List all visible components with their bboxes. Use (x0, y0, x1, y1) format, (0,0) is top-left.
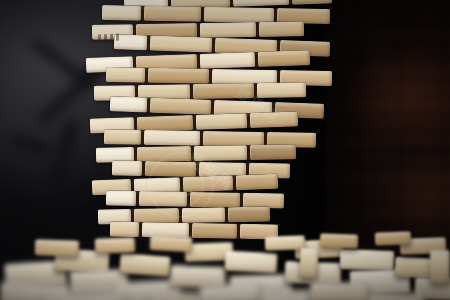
scattered-block (430, 250, 450, 284)
scattered-block (35, 239, 80, 257)
scattered-block (119, 253, 170, 276)
scattered-block (340, 249, 395, 271)
scattered-block (375, 231, 411, 245)
scattered-block (225, 251, 278, 274)
scattered-block (265, 235, 305, 250)
scattered-block (320, 233, 358, 248)
scattered-block (299, 248, 318, 279)
scattered-blocks-pile (0, 0, 450, 300)
scattered-block (150, 235, 193, 252)
jenga-photo-scene: 摄图网 摄图网 (0, 0, 450, 300)
scattered-block (45, 289, 126, 300)
scattered-block (95, 237, 135, 253)
scattered-block (310, 281, 369, 300)
scattered-block (199, 282, 260, 300)
